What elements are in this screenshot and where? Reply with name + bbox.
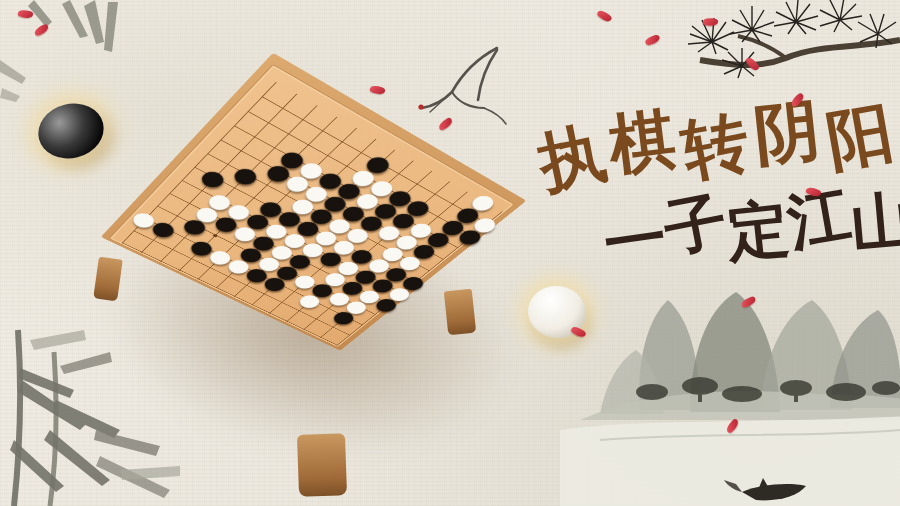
petal-icon xyxy=(369,84,386,97)
petal-icon xyxy=(644,34,661,46)
calligraphy-char: 转 xyxy=(677,108,754,185)
black-stone-r9c2: ● xyxy=(180,215,211,237)
calligraphy-char: 阳 xyxy=(822,99,898,175)
petal-icon xyxy=(17,8,34,20)
calligraphy-line-1: 执棋转阴阳 xyxy=(535,95,894,180)
petal-icon xyxy=(33,23,50,37)
petal-icon xyxy=(745,56,760,73)
calligraphy-char: 阴 xyxy=(750,97,823,170)
petal-icon xyxy=(596,8,613,24)
petal-icon xyxy=(724,418,740,434)
calligraphy-char: 定 xyxy=(724,197,792,265)
go-promo-banner: ●●●●●●●●●●●●●●●●●●●●●●●●●●●●●●●●●●●●●●●●… xyxy=(0,0,900,506)
table-leg-right xyxy=(444,289,476,336)
calligraphy-char: 山 xyxy=(848,189,900,256)
loose-black-stone xyxy=(32,97,109,165)
pine-branch-icon xyxy=(688,0,900,78)
calligraphy-char: 一 xyxy=(600,206,670,276)
calligraphy-char: 执 xyxy=(533,119,611,197)
table-leg-front xyxy=(297,433,347,497)
petal-icon xyxy=(740,296,757,309)
black-stone-r10c11: ● xyxy=(330,307,359,326)
calligraphy-char: 子 xyxy=(659,189,732,262)
white-stone-r10c9: ● xyxy=(296,290,326,309)
crane-icon xyxy=(418,48,506,124)
black-stone-r5c2: ● xyxy=(231,163,264,187)
calligraphy-line-2: 一子定江山 xyxy=(601,185,899,257)
petal-icon xyxy=(437,117,454,131)
hoshi-point xyxy=(212,233,218,237)
mountains-icon xyxy=(560,292,900,506)
boat-icon xyxy=(724,478,806,500)
petal-icon xyxy=(702,17,718,27)
black-stone-r6c1: ● xyxy=(198,166,231,189)
calligraphy-char: 棋 xyxy=(605,106,679,180)
